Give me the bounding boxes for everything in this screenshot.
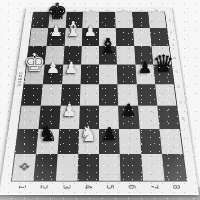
square-f7 (116, 28, 134, 45)
board-grid: ❖ (12, 12, 186, 181)
bottom-label-4: 4 (81, 178, 95, 196)
square-b3 (39, 106, 61, 129)
square-g4 (136, 84, 157, 105)
square-c5 (62, 64, 81, 84)
square-h3 (157, 106, 179, 129)
corner-emblem: ❖ (12, 154, 36, 181)
square-d1 (77, 154, 99, 181)
square-g2 (139, 129, 162, 154)
square-b1 (34, 154, 58, 181)
top-label-6: 6 (120, 5, 127, 15)
square-b7 (47, 28, 66, 45)
square-e2 (99, 129, 120, 154)
square-e1 (99, 154, 121, 181)
square-h6 (151, 46, 171, 65)
bottom-label-2: 2 (36, 178, 51, 196)
right-label-2: 2 (167, 30, 176, 43)
bottom-label-6: 6 (125, 178, 140, 196)
top-label-7: 7 (136, 5, 143, 15)
square-d7 (82, 28, 99, 45)
square-a3 (19, 106, 41, 129)
right-label-8: 8 (179, 116, 189, 133)
square-g6 (134, 46, 153, 65)
square-a6 (27, 46, 47, 65)
square-f2 (119, 129, 141, 154)
square-a2 (15, 129, 38, 154)
top-label-5: 5 (104, 5, 111, 15)
square-e3 (99, 106, 119, 129)
bottom-label-3: 3 (59, 178, 74, 196)
square-b6 (45, 46, 64, 65)
top-label-2: 2 (55, 5, 62, 15)
right-label-7: 7 (177, 100, 187, 116)
right-label-1: 1 (166, 18, 174, 30)
square-c6 (63, 46, 82, 65)
square-e6 (99, 46, 117, 65)
square-d2 (78, 129, 99, 154)
square-g5 (135, 64, 155, 84)
bottom-label-8: 8 (168, 178, 184, 196)
square-h7 (150, 28, 169, 45)
bottom-label-5: 5 (103, 178, 117, 196)
square-f3 (118, 106, 139, 129)
square-e4 (99, 84, 118, 105)
square-h1 (162, 154, 186, 181)
vinyl-mat: ❖ 12345678 12345678 12345678 CHESS (0, 8, 199, 195)
square-a4 (22, 84, 43, 105)
square-c1 (55, 154, 78, 181)
square-e7 (99, 28, 116, 45)
top-label-8: 8 (152, 5, 160, 15)
square-f6 (116, 46, 135, 65)
square-f1 (120, 154, 143, 181)
square-a5 (24, 64, 45, 84)
square-d5 (80, 64, 99, 84)
right-label-6: 6 (175, 84, 185, 99)
square-c2 (57, 129, 79, 154)
square-g3 (138, 106, 160, 129)
square-h2 (159, 129, 182, 154)
square-a7 (29, 28, 48, 45)
square-b5 (43, 64, 63, 84)
file-labels-top: 12345678 (34, 8, 165, 12)
top-label-1: 1 (38, 5, 46, 15)
square-c7 (64, 28, 82, 45)
square-g7 (133, 28, 152, 45)
square-b2 (36, 129, 59, 154)
bottom-label-1: 1 (14, 178, 30, 196)
bottom-label-7: 7 (146, 178, 161, 196)
square-h5 (153, 64, 174, 84)
square-d4 (80, 84, 99, 105)
square-f4 (118, 84, 138, 105)
file-labels-bottom: 12345678 (10, 182, 187, 193)
square-b4 (41, 84, 62, 105)
square-g1 (141, 154, 165, 181)
top-label-4: 4 (87, 5, 94, 15)
right-label-5: 5 (173, 70, 182, 85)
square-d6 (81, 46, 99, 65)
square-f5 (117, 64, 136, 84)
square-e5 (99, 64, 118, 84)
right-label-3: 3 (169, 43, 178, 56)
square-d3 (79, 106, 99, 129)
square-a1: ❖ (12, 154, 36, 181)
chessboard-photo: ❖ 12345678 12345678 12345678 CHESS ♚♟♝♟♝… (0, 0, 200, 200)
square-c3 (59, 106, 80, 129)
square-c4 (60, 84, 80, 105)
square-h4 (155, 84, 176, 105)
right-label-4: 4 (171, 56, 180, 70)
top-label-3: 3 (71, 5, 78, 15)
